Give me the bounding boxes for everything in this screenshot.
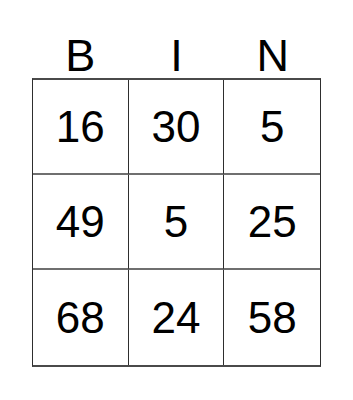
bingo-card: B I N 16 30 5 49 5 25 68 24 58 [32, 0, 321, 367]
column-headers: B I N [32, 0, 321, 78]
cell-r2c0[interactable]: 68 [33, 270, 129, 365]
cell-r1c0[interactable]: 49 [33, 175, 129, 270]
cell-r0c1[interactable]: 30 [129, 80, 225, 175]
cell-r1c1[interactable]: 5 [129, 175, 225, 270]
cell-r2c1[interactable]: 24 [129, 270, 225, 365]
cell-r2c2[interactable]: 58 [224, 270, 320, 365]
column-header-b: B [65, 33, 95, 78]
cell-r0c0[interactable]: 16 [33, 80, 129, 175]
bingo-grid: 16 30 5 49 5 25 68 24 58 [32, 78, 321, 367]
column-header-n: N [257, 33, 290, 78]
column-header-i: I [170, 33, 183, 78]
cell-r0c2[interactable]: 5 [224, 80, 320, 175]
cell-r1c2[interactable]: 25 [224, 175, 320, 270]
